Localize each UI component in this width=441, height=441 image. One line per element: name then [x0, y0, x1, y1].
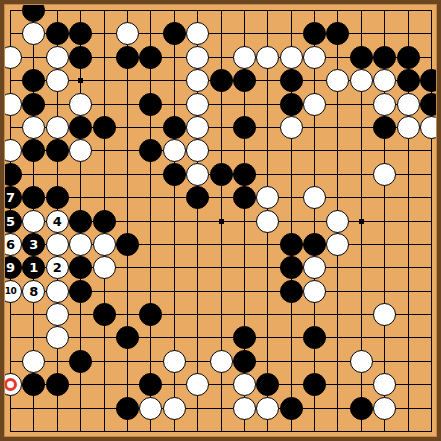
star-point [359, 219, 364, 224]
black-stone [69, 116, 92, 139]
black-stone [280, 69, 303, 92]
black-stone [350, 397, 373, 420]
white-stone [373, 163, 396, 186]
black-stone [22, 93, 45, 116]
black-stone [139, 373, 162, 396]
black-stone [233, 186, 256, 209]
black-stone [69, 22, 92, 45]
black-stone [210, 163, 233, 186]
white-stone [186, 22, 209, 45]
black-stone [69, 256, 92, 279]
black-stone [233, 163, 256, 186]
black-stone [280, 256, 303, 279]
black-stone [116, 46, 139, 69]
black-stone [22, 139, 45, 162]
black-stone [326, 22, 349, 45]
white-stone [350, 350, 373, 373]
black-stone [0, 163, 22, 186]
black-stone [69, 350, 92, 373]
white-stone [256, 397, 279, 420]
black-stone [139, 46, 162, 69]
black-stone [350, 46, 373, 69]
white-stone [210, 350, 233, 373]
white-stone [0, 139, 22, 162]
black-stone [116, 326, 139, 349]
move-1-stone: 1 [22, 256, 45, 279]
black-stone [280, 280, 303, 303]
black-stone [139, 303, 162, 326]
white-stone [93, 233, 116, 256]
white-stone [46, 280, 69, 303]
white-stone [22, 350, 45, 373]
white-stone [186, 163, 209, 186]
white-stone [163, 350, 186, 373]
black-stone [233, 69, 256, 92]
white-stone [163, 397, 186, 420]
white-stone [303, 280, 326, 303]
black-stone [46, 22, 69, 45]
black-stone [139, 93, 162, 116]
black-stone [163, 22, 186, 45]
move-3-stone: 3 [22, 233, 45, 256]
move-5-stone: 5 [0, 210, 22, 233]
black-stone [69, 280, 92, 303]
white-stone [373, 93, 396, 116]
white-stone [326, 210, 349, 233]
black-stone [420, 93, 441, 116]
white-stone [46, 303, 69, 326]
white-stone [256, 46, 279, 69]
white-stone [93, 256, 116, 279]
grid-line-horizontal [10, 314, 432, 315]
black-stone [46, 373, 69, 396]
black-stone [93, 210, 116, 233]
black-stone [280, 93, 303, 116]
black-stone [280, 397, 303, 420]
white-stone [22, 210, 45, 233]
black-stone [139, 139, 162, 162]
black-stone [116, 397, 139, 420]
white-stone [256, 210, 279, 233]
white-stone [46, 116, 69, 139]
move-6-stone: 6 [0, 233, 22, 256]
white-stone [186, 69, 209, 92]
white-stone [420, 116, 441, 139]
black-stone [397, 69, 420, 92]
black-stone [233, 350, 256, 373]
white-stone [186, 93, 209, 116]
black-stone [93, 303, 116, 326]
black-stone [22, 186, 45, 209]
circle-marked-stone [0, 373, 22, 396]
white-stone [163, 139, 186, 162]
white-stone [303, 93, 326, 116]
black-stone [116, 233, 139, 256]
move-10-stone: 10 [0, 280, 22, 303]
star-point [219, 219, 224, 224]
black-stone [233, 116, 256, 139]
white-stone [186, 373, 209, 396]
black-stone [163, 116, 186, 139]
move-8-stone: 8 [22, 280, 45, 303]
move-7-stone: 7 [0, 186, 22, 209]
grid-line-horizontal [10, 384, 432, 385]
black-stone [280, 233, 303, 256]
black-stone [46, 186, 69, 209]
black-stone [233, 326, 256, 349]
white-stone [69, 139, 92, 162]
white-stone [233, 397, 256, 420]
circle-mark-icon [4, 378, 17, 391]
white-stone [0, 46, 22, 69]
white-stone [0, 93, 22, 116]
white-stone [22, 116, 45, 139]
black-stone [303, 373, 326, 396]
black-stone [397, 46, 420, 69]
move-9-stone: 9 [0, 256, 22, 279]
white-stone [373, 373, 396, 396]
white-stone [46, 326, 69, 349]
white-stone [326, 233, 349, 256]
black-stone [420, 69, 441, 92]
white-stone [373, 397, 396, 420]
white-stone [233, 373, 256, 396]
black-stone [186, 186, 209, 209]
white-stone [303, 186, 326, 209]
white-stone [373, 69, 396, 92]
white-stone [397, 93, 420, 116]
black-stone [22, 69, 45, 92]
black-stone [210, 69, 233, 92]
move-2-stone: 2 [46, 256, 69, 279]
white-stone [280, 116, 303, 139]
white-stone [303, 46, 326, 69]
white-stone [373, 303, 396, 326]
white-stone [186, 46, 209, 69]
white-stone [397, 116, 420, 139]
white-stone [186, 116, 209, 139]
black-stone [373, 116, 396, 139]
white-stone [46, 46, 69, 69]
white-stone [69, 233, 92, 256]
white-stone [46, 69, 69, 92]
black-stone [303, 326, 326, 349]
black-stone [373, 46, 396, 69]
white-stone [280, 46, 303, 69]
grid-line-horizontal [10, 337, 432, 338]
white-stone [116, 22, 139, 45]
go-board: 75463912108 [0, 0, 441, 441]
black-stone [69, 210, 92, 233]
white-stone [46, 233, 69, 256]
white-stone [233, 46, 256, 69]
white-stone [326, 69, 349, 92]
black-stone [163, 163, 186, 186]
white-stone [139, 397, 162, 420]
white-stone [186, 139, 209, 162]
white-stone [69, 93, 92, 116]
move-4-stone: 4 [46, 210, 69, 233]
white-stone [350, 69, 373, 92]
black-stone [303, 22, 326, 45]
white-stone [303, 256, 326, 279]
black-stone [22, 0, 45, 22]
grid-line-horizontal [10, 431, 432, 432]
black-stone [303, 233, 326, 256]
black-stone [256, 373, 279, 396]
star-point [78, 78, 83, 83]
white-stone [256, 186, 279, 209]
black-stone [22, 373, 45, 396]
black-stone [93, 116, 116, 139]
black-stone [69, 46, 92, 69]
grid-line-vertical [314, 10, 315, 432]
black-stone [46, 139, 69, 162]
white-stone [22, 22, 45, 45]
